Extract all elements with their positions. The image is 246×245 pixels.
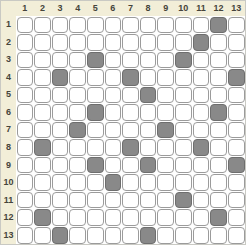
cell-r9c4[interactable] — [69, 157, 86, 174]
cell-r13c4[interactable] — [69, 227, 86, 244]
cell-r10c10[interactable] — [175, 174, 192, 191]
cell-r4c4[interactable] — [69, 69, 86, 86]
cell-r4c1[interactable] — [17, 69, 34, 86]
cell-r4c12[interactable] — [210, 69, 227, 86]
cell-r3c4[interactable] — [69, 52, 86, 69]
cell-r5c1[interactable] — [17, 87, 34, 104]
cell-r12c13[interactable] — [228, 209, 245, 226]
cell-r2c8[interactable] — [140, 34, 157, 51]
cell-r8c4[interactable] — [69, 139, 86, 156]
cell-r3c3[interactable] — [52, 52, 69, 69]
col-label-10: 10 — [175, 1, 193, 16]
cell-r6c1[interactable] — [17, 104, 34, 121]
cell-r4c3-shaded[interactable] — [52, 69, 69, 86]
cell-r3c6[interactable] — [105, 52, 122, 69]
cell-r11c7[interactable] — [122, 192, 139, 209]
cell-r8c7-shaded[interactable] — [122, 139, 139, 156]
cell-r13c13[interactable] — [228, 227, 245, 244]
cell-r2c3[interactable] — [52, 34, 69, 51]
cell-r7c11[interactable] — [193, 122, 210, 139]
cell-r1c5[interactable] — [87, 17, 104, 34]
cell-r7c8[interactable] — [140, 122, 157, 139]
cell-r6c11[interactable] — [193, 104, 210, 121]
row-label-2: 2 — [1, 34, 16, 52]
cell-r3c5-shaded[interactable] — [87, 52, 104, 69]
cell-r12c10[interactable] — [175, 209, 192, 226]
cell-r11c10-shaded[interactable] — [175, 192, 192, 209]
cell-r7c9-shaded[interactable] — [157, 122, 174, 139]
cell-r10c7[interactable] — [122, 174, 139, 191]
cell-r13c7[interactable] — [122, 227, 139, 244]
cell-r13c8-shaded[interactable] — [140, 227, 157, 244]
row-label-10: 10 — [1, 174, 16, 192]
col-label-8: 8 — [139, 1, 157, 16]
cell-r10c4[interactable] — [69, 174, 86, 191]
col-label-9: 9 — [157, 1, 175, 16]
cell-r5c4[interactable] — [69, 87, 86, 104]
cell-r4c7-shaded[interactable] — [122, 69, 139, 86]
cell-r5c9[interactable] — [157, 87, 174, 104]
cell-r4c10[interactable] — [175, 69, 192, 86]
cell-r8c13[interactable] — [228, 139, 245, 156]
cell-r7c12[interactable] — [210, 122, 227, 139]
cell-r2c2[interactable] — [34, 34, 51, 51]
cell-r8c5[interactable] — [87, 139, 104, 156]
cell-r6c7[interactable] — [122, 104, 139, 121]
puzzle-board-window: 1234567891011121312345678910111213 — [0, 0, 246, 245]
cell-r9c11[interactable] — [193, 157, 210, 174]
cell-r9c12[interactable] — [210, 157, 227, 174]
cell-r6c6[interactable] — [105, 104, 122, 121]
cell-r10c6-shaded[interactable] — [105, 174, 122, 191]
cell-r3c1[interactable] — [17, 52, 34, 69]
cell-r5c2[interactable] — [34, 87, 51, 104]
cell-r7c13[interactable] — [228, 122, 245, 139]
cell-r3c9[interactable] — [157, 52, 174, 69]
cell-r12c4[interactable] — [69, 209, 86, 226]
cell-r6c5-shaded[interactable] — [87, 104, 104, 121]
cell-r9c7[interactable] — [122, 157, 139, 174]
cell-r12c1[interactable] — [17, 209, 34, 226]
cell-r2c10[interactable] — [175, 34, 192, 51]
cell-r8c10[interactable] — [175, 139, 192, 156]
cell-r7c2[interactable] — [34, 122, 51, 139]
cell-r12c7[interactable] — [122, 209, 139, 226]
cell-r9c10[interactable] — [175, 157, 192, 174]
cell-r6c10[interactable] — [175, 104, 192, 121]
cell-r11c6[interactable] — [105, 192, 122, 209]
row-label-12: 12 — [1, 209, 16, 227]
cell-r6c9[interactable] — [157, 104, 174, 121]
col-label-1: 1 — [16, 1, 34, 16]
cell-r11c12[interactable] — [210, 192, 227, 209]
row-label-8: 8 — [1, 139, 16, 157]
cell-r10c2[interactable] — [34, 174, 51, 191]
row-label-13: 13 — [1, 226, 16, 244]
cell-r5c10[interactable] — [175, 87, 192, 104]
cell-r12c5[interactable] — [87, 209, 104, 226]
cell-r1c6[interactable] — [105, 17, 122, 34]
cell-r3c8[interactable] — [140, 52, 157, 69]
puzzle-grid: 1234567891011121312345678910111213 — [1, 1, 245, 244]
cell-r4c9[interactable] — [157, 69, 174, 86]
row-label-11: 11 — [1, 191, 16, 209]
cell-r9c3[interactable] — [52, 157, 69, 174]
cell-r2c9[interactable] — [157, 34, 174, 51]
cell-r11c2[interactable] — [34, 192, 51, 209]
cell-r5c8-shaded[interactable] — [140, 87, 157, 104]
cell-r1c11[interactable] — [193, 17, 210, 34]
row-label-4: 4 — [1, 69, 16, 87]
col-label-2: 2 — [34, 1, 52, 16]
cell-r1c2[interactable] — [34, 17, 51, 34]
cell-r9c9[interactable] — [157, 157, 174, 174]
cell-r7c3[interactable] — [52, 122, 69, 139]
row-label-3: 3 — [1, 51, 16, 69]
corner-cell — [1, 1, 16, 16]
cell-r12c8[interactable] — [140, 209, 157, 226]
cell-r3c10-shaded[interactable] — [175, 52, 192, 69]
cell-r13c11[interactable] — [193, 227, 210, 244]
cell-r8c9[interactable] — [157, 139, 174, 156]
cell-r6c12-shaded[interactable] — [210, 104, 227, 121]
cell-r4c5[interactable] — [87, 69, 104, 86]
cell-r2c13[interactable] — [228, 34, 245, 51]
cell-r2c11-shaded[interactable] — [193, 34, 210, 51]
cell-r12c11[interactable] — [193, 209, 210, 226]
cell-r1c7[interactable] — [122, 17, 139, 34]
cell-r7c4-shaded[interactable] — [69, 122, 86, 139]
cell-r7c10[interactable] — [175, 122, 192, 139]
cell-r9c1[interactable] — [17, 157, 34, 174]
cell-r1c1[interactable] — [17, 17, 34, 34]
row-label-6: 6 — [1, 104, 16, 122]
cell-r10c5[interactable] — [87, 174, 104, 191]
cell-r10c11[interactable] — [193, 174, 210, 191]
cell-r2c5[interactable] — [87, 34, 104, 51]
cell-r2c12[interactable] — [210, 34, 227, 51]
cell-r2c4[interactable] — [69, 34, 86, 51]
cell-r8c1[interactable] — [17, 139, 34, 156]
col-label-11: 11 — [192, 1, 210, 16]
cell-r10c12[interactable] — [210, 174, 227, 191]
cell-r11c3[interactable] — [52, 192, 69, 209]
row-label-5: 5 — [1, 86, 16, 104]
row-label-1: 1 — [1, 16, 16, 34]
cell-r11c9[interactable] — [157, 192, 174, 209]
cell-r6c3[interactable] — [52, 104, 69, 121]
cell-r9c5-shaded[interactable] — [87, 157, 104, 174]
cell-r6c4[interactable] — [69, 104, 86, 121]
cell-r3c13[interactable] — [228, 52, 245, 69]
cell-r2c7[interactable] — [122, 34, 139, 51]
cell-r5c5[interactable] — [87, 87, 104, 104]
cell-r12c12-shaded[interactable] — [210, 209, 227, 226]
cell-r13c2[interactable] — [34, 227, 51, 244]
cell-r1c8[interactable] — [140, 17, 157, 34]
cell-r10c9[interactable] — [157, 174, 174, 191]
col-label-5: 5 — [86, 1, 104, 16]
cell-r5c11[interactable] — [193, 87, 210, 104]
cell-r13c10[interactable] — [175, 227, 192, 244]
cell-r10c13[interactable] — [228, 174, 245, 191]
cell-r3c2[interactable] — [34, 52, 51, 69]
cell-r8c6[interactable] — [105, 139, 122, 156]
col-label-6: 6 — [104, 1, 122, 16]
cell-r10c3[interactable] — [52, 174, 69, 191]
cell-r11c8[interactable] — [140, 192, 157, 209]
cell-r7c5[interactable] — [87, 122, 104, 139]
cell-r9c6[interactable] — [105, 157, 122, 174]
cell-r9c8-shaded[interactable] — [140, 157, 157, 174]
cell-r3c12[interactable] — [210, 52, 227, 69]
col-label-7: 7 — [122, 1, 140, 16]
cell-r13c12[interactable] — [210, 227, 227, 244]
cell-r1c3[interactable] — [52, 17, 69, 34]
cell-r11c1[interactable] — [17, 192, 34, 209]
cell-r13c9[interactable] — [157, 227, 174, 244]
cell-r11c13[interactable] — [228, 192, 245, 209]
cell-r11c5[interactable] — [87, 192, 104, 209]
cell-r6c8[interactable] — [140, 104, 157, 121]
cell-r5c12[interactable] — [210, 87, 227, 104]
col-label-3: 3 — [51, 1, 69, 16]
cell-r7c1[interactable] — [17, 122, 34, 139]
cell-r11c4[interactable] — [69, 192, 86, 209]
cell-r9c13-shaded[interactable] — [228, 157, 245, 174]
cell-r5c3[interactable] — [52, 87, 69, 104]
cell-r4c2[interactable] — [34, 69, 51, 86]
cell-r1c12-shaded[interactable] — [210, 17, 227, 34]
cell-r12c6[interactable] — [105, 209, 122, 226]
cell-r3c7[interactable] — [122, 52, 139, 69]
cell-r1c9[interactable] — [157, 17, 174, 34]
cell-r12c2-shaded[interactable] — [34, 209, 51, 226]
cell-r4c13-shaded[interactable] — [228, 69, 245, 86]
cell-r8c2-shaded[interactable] — [34, 139, 51, 156]
cell-r5c7[interactable] — [122, 87, 139, 104]
cell-r2c6[interactable] — [105, 34, 122, 51]
row-label-9: 9 — [1, 156, 16, 174]
cell-r5c6[interactable] — [105, 87, 122, 104]
cell-r12c3[interactable] — [52, 209, 69, 226]
cell-r1c13[interactable] — [228, 17, 245, 34]
cell-r10c1[interactable] — [17, 174, 34, 191]
cell-r1c4[interactable] — [69, 17, 86, 34]
cell-r3c11[interactable] — [193, 52, 210, 69]
cell-r13c3-shaded[interactable] — [52, 227, 69, 244]
cell-r4c11[interactable] — [193, 69, 210, 86]
cell-r4c8[interactable] — [140, 69, 157, 86]
cell-r5c13[interactable] — [228, 87, 245, 104]
row-label-7: 7 — [1, 121, 16, 139]
cell-r6c13[interactable] — [228, 104, 245, 121]
cell-r13c5[interactable] — [87, 227, 104, 244]
cell-r8c3[interactable] — [52, 139, 69, 156]
col-label-4: 4 — [69, 1, 87, 16]
cell-r8c12[interactable] — [210, 139, 227, 156]
cell-r6c2[interactable] — [34, 104, 51, 121]
cell-r13c6[interactable] — [105, 227, 122, 244]
cell-r13c1[interactable] — [17, 227, 34, 244]
cell-r10c8[interactable] — [140, 174, 157, 191]
col-label-12: 12 — [210, 1, 228, 16]
col-label-13: 13 — [227, 1, 245, 16]
cell-r8c11-shaded[interactable] — [193, 139, 210, 156]
cell-r12c9[interactable] — [157, 209, 174, 226]
cell-r11c11[interactable] — [193, 192, 210, 209]
cell-r1c10[interactable] — [175, 17, 192, 34]
cell-r8c8[interactable] — [140, 139, 157, 156]
cell-r9c2[interactable] — [34, 157, 51, 174]
cell-r2c1[interactable] — [17, 34, 34, 51]
cell-r4c6[interactable] — [105, 69, 122, 86]
cell-r7c7[interactable] — [122, 122, 139, 139]
cell-r7c6[interactable] — [105, 122, 122, 139]
